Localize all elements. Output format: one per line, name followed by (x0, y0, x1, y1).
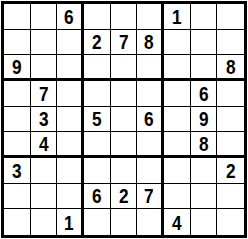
given-digit: 3 (39, 108, 49, 129)
cell-r6c3[interactable] (57, 132, 84, 158)
cell-r4c2[interactable]: 7 (31, 81, 58, 107)
sudoku-page: 6127898763569483262714 (0, 0, 248, 239)
cell-r3c3[interactable] (57, 55, 84, 81)
cell-r4c8[interactable]: 6 (191, 81, 218, 107)
given-digit: 6 (64, 6, 74, 27)
cell-r5c4[interactable]: 5 (84, 107, 111, 133)
cell-r9c6[interactable] (137, 209, 164, 235)
cell-r3c1[interactable]: 9 (4, 55, 31, 81)
cell-r5c6[interactable]: 6 (137, 107, 164, 133)
cell-r9c9[interactable] (217, 209, 244, 235)
given-digit: 8 (144, 31, 154, 52)
cell-r8c1[interactable] (4, 184, 31, 210)
cell-r1c1[interactable] (4, 4, 31, 30)
cell-r3c8[interactable] (191, 55, 218, 81)
cell-r7c5[interactable] (111, 158, 138, 184)
cell-r1c9[interactable] (217, 4, 244, 30)
cell-r9c8[interactable] (191, 209, 218, 235)
cell-r7c7[interactable] (164, 158, 191, 184)
given-digit: 7 (144, 185, 154, 206)
cell-r2c7[interactable] (164, 30, 191, 56)
cell-r6c5[interactable] (111, 132, 138, 158)
given-digit: 3 (12, 160, 22, 181)
cell-r2c1[interactable] (4, 30, 31, 56)
cell-r1c7[interactable]: 1 (164, 4, 191, 30)
cell-r5c8[interactable]: 9 (191, 107, 218, 133)
cell-r4c9[interactable] (217, 81, 244, 107)
cell-r7c2[interactable] (31, 158, 58, 184)
cell-r8c6[interactable]: 7 (137, 184, 164, 210)
cell-r5c7[interactable] (164, 107, 191, 133)
cell-r5c2[interactable]: 3 (31, 107, 58, 133)
cell-r2c3[interactable] (57, 30, 84, 56)
given-digit: 8 (199, 133, 209, 154)
cell-r3c7[interactable] (164, 55, 191, 81)
cell-r1c2[interactable] (31, 4, 58, 30)
cell-r4c5[interactable] (111, 81, 138, 107)
cell-r5c3[interactable] (57, 107, 84, 133)
cell-r7c8[interactable] (191, 158, 218, 184)
cell-r6c9[interactable] (217, 132, 244, 158)
cell-r9c2[interactable] (31, 209, 58, 235)
given-digit: 9 (199, 108, 209, 129)
given-digit: 1 (64, 212, 74, 233)
cell-r2c6[interactable]: 8 (137, 30, 164, 56)
given-digit: 4 (39, 133, 49, 154)
cell-r7c6[interactable] (137, 158, 164, 184)
given-digit: 6 (92, 185, 102, 206)
given-digit: 8 (226, 56, 236, 77)
cell-r1c5[interactable] (111, 4, 138, 30)
cell-r2c5[interactable]: 7 (111, 30, 138, 56)
cell-r4c4[interactable] (84, 81, 111, 107)
cell-r3c2[interactable] (31, 55, 58, 81)
sudoku-board: 6127898763569483262714 (1, 1, 247, 238)
given-digit: 6 (144, 108, 154, 129)
cell-r6c4[interactable] (84, 132, 111, 158)
cell-r3c6[interactable] (137, 55, 164, 81)
cell-r1c4[interactable] (84, 4, 111, 30)
cell-r3c9[interactable]: 8 (217, 55, 244, 81)
cell-r8c3[interactable] (57, 184, 84, 210)
given-digit: 7 (39, 83, 49, 104)
cell-r1c3[interactable]: 6 (57, 4, 84, 30)
cell-r8c9[interactable] (217, 184, 244, 210)
cell-r1c8[interactable] (191, 4, 218, 30)
cell-r9c3[interactable]: 1 (57, 209, 84, 235)
cell-r2c8[interactable] (191, 30, 218, 56)
cell-r9c1[interactable] (4, 209, 31, 235)
cell-r9c7[interactable]: 4 (164, 209, 191, 235)
cell-r4c6[interactable] (137, 81, 164, 107)
given-digit: 1 (172, 6, 182, 27)
cell-r3c5[interactable] (111, 55, 138, 81)
cell-r7c4[interactable] (84, 158, 111, 184)
cell-r8c2[interactable] (31, 184, 58, 210)
given-digit: 2 (92, 31, 102, 52)
cell-r5c9[interactable] (217, 107, 244, 133)
cell-r6c7[interactable] (164, 132, 191, 158)
cell-r6c6[interactable] (137, 132, 164, 158)
cell-r6c1[interactable] (4, 132, 31, 158)
cell-r7c9[interactable]: 2 (217, 158, 244, 184)
cell-r3c4[interactable] (84, 55, 111, 81)
given-digit: 7 (119, 31, 129, 52)
cell-r4c1[interactable] (4, 81, 31, 107)
given-digit: 4 (172, 212, 182, 233)
cell-r4c7[interactable] (164, 81, 191, 107)
cell-r8c4[interactable]: 6 (84, 184, 111, 210)
cell-r6c8[interactable]: 8 (191, 132, 218, 158)
cell-r8c7[interactable] (164, 184, 191, 210)
cell-r7c1[interactable]: 3 (4, 158, 31, 184)
cell-r9c5[interactable] (111, 209, 138, 235)
cell-r2c2[interactable] (31, 30, 58, 56)
cell-r2c9[interactable] (217, 30, 244, 56)
cell-r9c4[interactable] (84, 209, 111, 235)
given-digit: 5 (92, 108, 102, 129)
cell-r5c1[interactable] (4, 107, 31, 133)
cell-r4c3[interactable] (57, 81, 84, 107)
cell-r6c2[interactable]: 4 (31, 132, 58, 158)
cell-r8c5[interactable]: 2 (111, 184, 138, 210)
given-digit: 9 (12, 56, 22, 77)
cell-r1c6[interactable] (137, 4, 164, 30)
cell-r5c5[interactable] (111, 107, 138, 133)
cell-r2c4[interactable]: 2 (84, 30, 111, 56)
cell-r7c3[interactable] (57, 158, 84, 184)
given-digit: 2 (226, 160, 236, 181)
given-digit: 6 (199, 83, 209, 104)
given-digit: 2 (119, 185, 129, 206)
cell-r8c8[interactable] (191, 184, 218, 210)
